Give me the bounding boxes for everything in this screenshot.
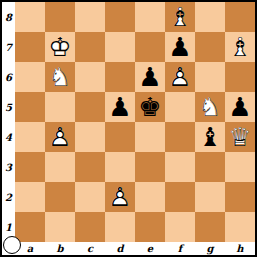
square-d7[interactable] (105, 32, 135, 62)
rank-label-6: 6 (2, 62, 15, 92)
square-e4[interactable] (135, 122, 165, 152)
square-h1[interactable] (225, 212, 255, 242)
white-pawn-outline-glyph: ♙ (165, 62, 195, 92)
square-c8[interactable] (75, 2, 105, 32)
piece-white-king-b7[interactable]: ♚♔ (45, 32, 75, 62)
white-knight-outline-glyph: ♘ (45, 62, 75, 92)
square-a1[interactable] (15, 212, 45, 242)
square-c6[interactable] (75, 62, 105, 92)
square-g8[interactable] (195, 2, 225, 32)
square-e8[interactable] (135, 2, 165, 32)
square-f2[interactable] (165, 182, 195, 212)
piece-white-pawn-f6[interactable]: ♟♙ (165, 62, 195, 92)
square-d5[interactable]: ♟ (105, 92, 135, 122)
square-f8[interactable]: ♝♗ (165, 2, 195, 32)
square-g2[interactable] (195, 182, 225, 212)
square-g5[interactable]: ♞♘ (195, 92, 225, 122)
piece-black-pawn-d5[interactable]: ♟ (105, 92, 135, 122)
piece-white-knight-b6[interactable]: ♞♘ (45, 62, 75, 92)
square-f3[interactable] (165, 152, 195, 182)
square-c1[interactable] (75, 212, 105, 242)
square-f5[interactable] (165, 92, 195, 122)
piece-white-bishop-f8[interactable]: ♝♗ (165, 2, 195, 32)
chess-board[interactable]: ♝♗♚♔♟♝♗♞♘♟♟♙♟♚♞♘♟♟♙♝♛♕♟♙ (15, 2, 255, 242)
square-f7[interactable]: ♟ (165, 32, 195, 62)
rank-labels: 87654321 (2, 2, 15, 242)
piece-black-pawn-f7[interactable]: ♟ (165, 32, 195, 62)
black-king-glyph: ♚ (135, 92, 165, 122)
square-g6[interactable] (195, 62, 225, 92)
piece-black-pawn-e6[interactable]: ♟ (135, 62, 165, 92)
square-h2[interactable] (225, 182, 255, 212)
square-b3[interactable] (45, 152, 75, 182)
square-a2[interactable] (15, 182, 45, 212)
piece-black-king-e5[interactable]: ♚ (135, 92, 165, 122)
square-d8[interactable] (105, 2, 135, 32)
square-g3[interactable] (195, 152, 225, 182)
rank-label-8: 8 (2, 2, 15, 32)
square-e5[interactable]: ♚ (135, 92, 165, 122)
square-a5[interactable] (15, 92, 45, 122)
file-label-b: b (45, 242, 75, 255)
square-a4[interactable] (15, 122, 45, 152)
file-label-e: e (135, 242, 165, 255)
white-to-move-indicator (3, 236, 21, 254)
white-pawn-outline-glyph: ♙ (45, 122, 75, 152)
white-queen-outline-glyph: ♕ (225, 122, 255, 152)
square-d6[interactable] (105, 62, 135, 92)
white-bishop-outline-glyph: ♗ (165, 2, 195, 32)
square-c4[interactable] (75, 122, 105, 152)
file-label-d: d (105, 242, 135, 255)
piece-black-pawn-h5[interactable]: ♟ (225, 92, 255, 122)
square-h3[interactable] (225, 152, 255, 182)
piece-white-pawn-d2[interactable]: ♟♙ (105, 182, 135, 212)
black-pawn-glyph: ♟ (165, 32, 195, 62)
piece-white-knight-g5[interactable]: ♞♘ (195, 92, 225, 122)
chess-diagram: 87654321 ♝♗♚♔♟♝♗♞♘♟♟♙♟♚♞♘♟♟♙♝♛♕♟♙ abcdef… (0, 0, 257, 257)
white-bishop-outline-glyph: ♗ (225, 32, 255, 62)
square-a8[interactable] (15, 2, 45, 32)
square-h6[interactable] (225, 62, 255, 92)
square-e1[interactable] (135, 212, 165, 242)
piece-black-bishop-g4[interactable]: ♝ (195, 122, 225, 152)
square-d1[interactable] (105, 212, 135, 242)
white-king-outline-glyph: ♔ (45, 32, 75, 62)
square-c2[interactable] (75, 182, 105, 212)
square-g4[interactable]: ♝ (195, 122, 225, 152)
square-d3[interactable] (105, 152, 135, 182)
square-f4[interactable] (165, 122, 195, 152)
rank-label-7: 7 (2, 32, 15, 62)
square-c5[interactable] (75, 92, 105, 122)
square-b6[interactable]: ♞♘ (45, 62, 75, 92)
square-g1[interactable] (195, 212, 225, 242)
square-d2[interactable]: ♟♙ (105, 182, 135, 212)
square-f6[interactable]: ♟♙ (165, 62, 195, 92)
square-a3[interactable] (15, 152, 45, 182)
file-label-g: g (195, 242, 225, 255)
white-pawn-outline-glyph: ♙ (105, 182, 135, 212)
square-d4[interactable] (105, 122, 135, 152)
piece-white-bishop-h7[interactable]: ♝♗ (225, 32, 255, 62)
square-b4[interactable]: ♟♙ (45, 122, 75, 152)
black-pawn-glyph: ♟ (135, 62, 165, 92)
rank-label-3: 3 (2, 152, 15, 182)
square-a6[interactable] (15, 62, 45, 92)
file-label-f: f (165, 242, 195, 255)
file-label-h: h (225, 242, 255, 255)
square-h4[interactable]: ♛♕ (225, 122, 255, 152)
square-b2[interactable] (45, 182, 75, 212)
square-e3[interactable] (135, 152, 165, 182)
square-e7[interactable] (135, 32, 165, 62)
square-f1[interactable] (165, 212, 195, 242)
square-h5[interactable]: ♟ (225, 92, 255, 122)
rank-label-4: 4 (2, 122, 15, 152)
square-b5[interactable] (45, 92, 75, 122)
black-bishop-glyph: ♝ (195, 122, 225, 152)
square-b7[interactable]: ♚♔ (45, 32, 75, 62)
black-pawn-glyph: ♟ (105, 92, 135, 122)
square-c7[interactable] (75, 32, 105, 62)
piece-white-pawn-b4[interactable]: ♟♙ (45, 122, 75, 152)
square-h8[interactable] (225, 2, 255, 32)
file-label-c: c (75, 242, 105, 255)
rank-label-5: 5 (2, 92, 15, 122)
square-g7[interactable] (195, 32, 225, 62)
square-b1[interactable] (45, 212, 75, 242)
square-e6[interactable]: ♟ (135, 62, 165, 92)
rank-label-2: 2 (2, 182, 15, 212)
square-h7[interactable]: ♝♗ (225, 32, 255, 62)
square-b8[interactable] (45, 2, 75, 32)
white-knight-outline-glyph: ♘ (195, 92, 225, 122)
file-labels: abcdefgh (15, 242, 255, 255)
square-e2[interactable] (135, 182, 165, 212)
square-c3[interactable] (75, 152, 105, 182)
black-pawn-glyph: ♟ (225, 92, 255, 122)
piece-white-queen-h4[interactable]: ♛♕ (225, 122, 255, 152)
square-a7[interactable] (15, 32, 45, 62)
